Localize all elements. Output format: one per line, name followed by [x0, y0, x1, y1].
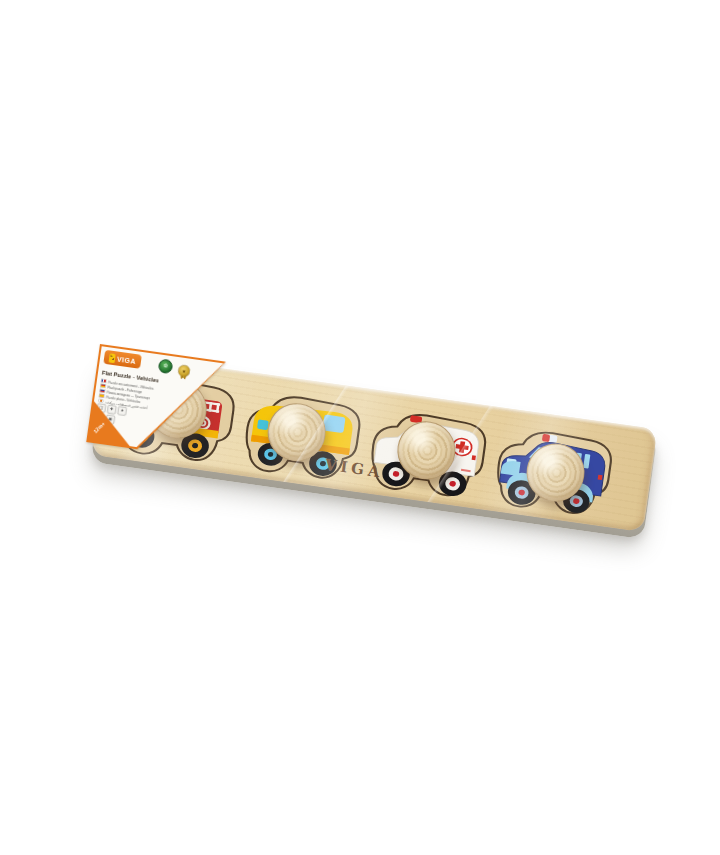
product-photo-stage: VIGA VIGA ✿ ★ Flat Puzzle - Vehicles Puz… — [0, 0, 720, 855]
pictogram-icon: ✚ — [107, 405, 117, 415]
award-star-icon: ★ — [181, 368, 186, 374]
viga-logo-text: VIGA — [117, 355, 137, 366]
corner-label: VIGA ✿ ★ Flat Puzzle - Vehicles Puzzle e… — [86, 344, 226, 460]
ambulance-piece[interactable] — [355, 397, 501, 513]
crescent-badge-icon — [98, 398, 104, 403]
police-car-piece[interactable] — [480, 414, 626, 530]
giraffe-mascot-icon — [108, 353, 115, 363]
pictogram-icon: ★ — [117, 406, 127, 416]
spain-flag-icon — [99, 393, 105, 398]
france-flag-icon — [101, 379, 107, 384]
green-badge-glyph: ✿ — [163, 363, 168, 369]
germany-flag-icon — [100, 383, 106, 388]
russia-flag-icon — [99, 388, 105, 393]
